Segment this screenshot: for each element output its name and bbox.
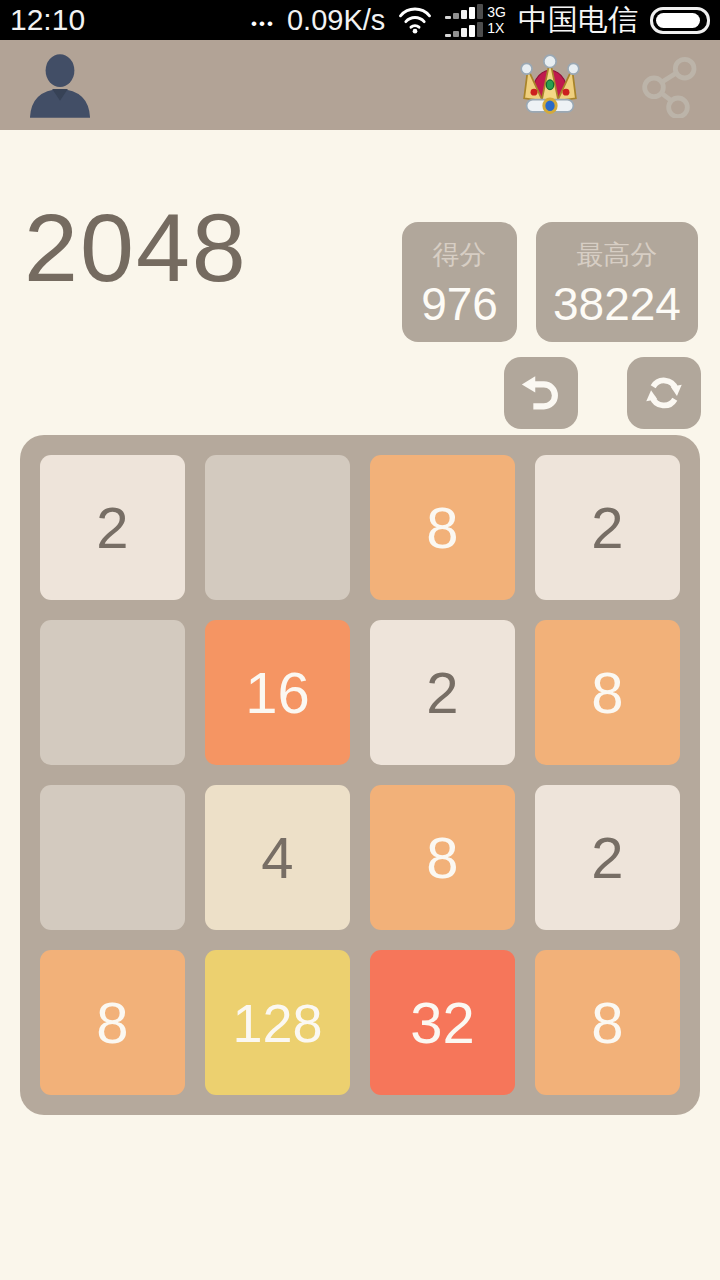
battery-icon <box>650 7 710 34</box>
empty-cell <box>40 620 185 765</box>
app-header <box>0 40 720 130</box>
undo-button[interactable] <box>504 357 578 429</box>
empty-cell <box>205 455 350 600</box>
tile-8: 8 <box>370 455 515 600</box>
signal-strength-icon: 3G 1X <box>445 4 506 37</box>
score-box: 得分 976 <box>402 222 517 342</box>
new-game-button[interactable] <box>627 357 701 429</box>
user-avatar-icon <box>26 52 94 118</box>
signal-bars <box>445 4 483 37</box>
tile-2: 2 <box>535 785 680 930</box>
tile-8: 8 <box>370 785 515 930</box>
board[interactable]: 28216284828128328 <box>20 435 700 1115</box>
tile-16: 16 <box>205 620 350 765</box>
user-avatar-button[interactable] <box>26 52 94 118</box>
tile-2: 2 <box>40 455 185 600</box>
refresh-icon <box>641 370 687 416</box>
score-value: 976 <box>402 277 517 331</box>
tile-4: 4 <box>205 785 350 930</box>
score-label: 得分 <box>402 237 517 273</box>
status-bar: 12:10 ••• 0.09K/s 3G 1X 中国电信 <box>0 0 720 40</box>
empty-cell <box>40 785 185 930</box>
leaderboard-button[interactable] <box>508 54 592 118</box>
tile-8: 8 <box>535 620 680 765</box>
tile-2: 2 <box>370 620 515 765</box>
tile-8: 8 <box>535 950 680 1095</box>
tile-8: 8 <box>40 950 185 1095</box>
carrier-name: 中国电信 <box>518 0 638 41</box>
wifi-icon <box>397 6 433 35</box>
tile-128: 128 <box>205 950 350 1095</box>
crown-icon <box>508 54 592 118</box>
best-score-label: 最高分 <box>536 237 698 273</box>
network-speed: 0.09K/s <box>287 4 385 37</box>
page-title: 2048 <box>24 192 248 304</box>
tile-32: 32 <box>370 950 515 1095</box>
best-score-value: 38224 <box>536 277 698 331</box>
signal-row-3g <box>445 4 483 19</box>
tile-2: 2 <box>535 455 680 600</box>
signal-row-1x <box>445 22 483 37</box>
best-score-box: 最高分 38224 <box>536 222 698 342</box>
notification-dots-icon: ••• <box>251 6 275 34</box>
clock: 12:10 <box>10 3 85 37</box>
share-button[interactable] <box>636 54 704 118</box>
share-icon <box>636 54 704 118</box>
network-type-1x: 1X <box>487 20 506 36</box>
undo-icon <box>518 370 564 416</box>
network-type-3g: 3G <box>487 4 506 20</box>
